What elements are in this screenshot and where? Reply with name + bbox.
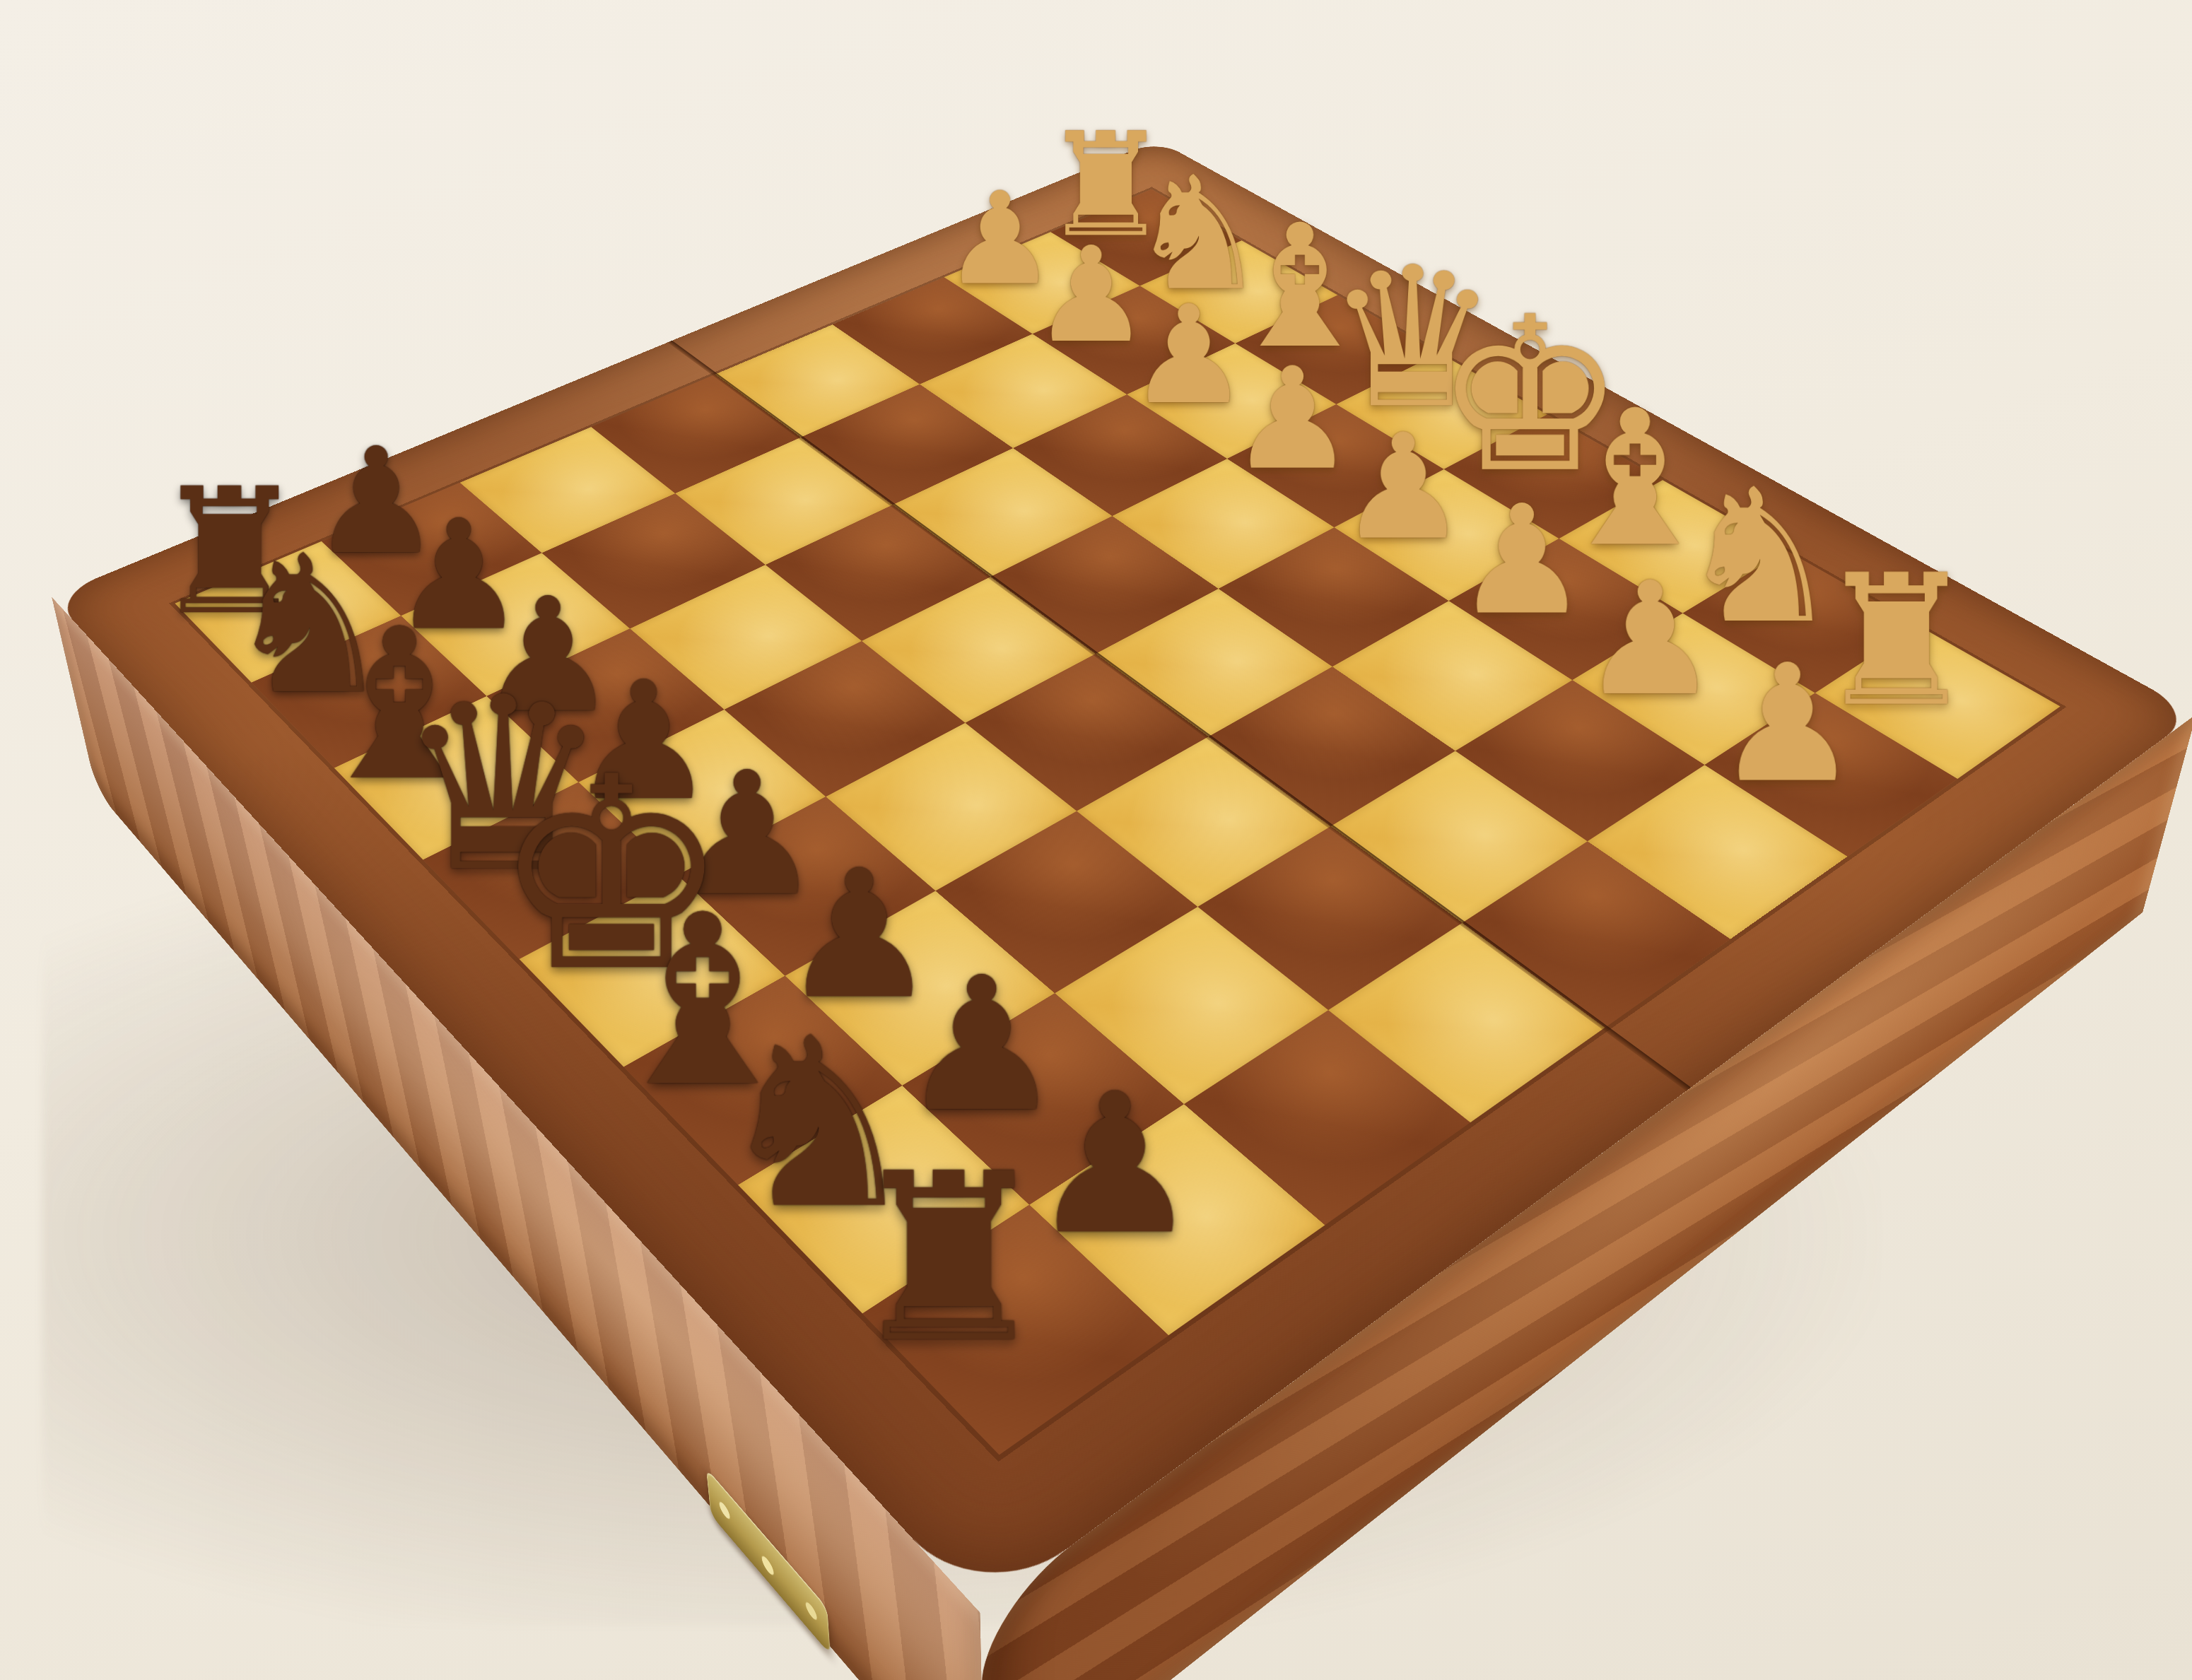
piece-dark-rook[interactable]: ♜ [838,1149,1059,1370]
piece-light-pawn[interactable]: ♟ [1698,647,1876,801]
square-e5[interactable] [965,654,1209,811]
scene: ♜♞♝♛♚♝♞♜♟♟♟♟♟♟♟♟♟♟♟♟♟♟♟♟♜♞♝♛♚♝♞♜ [0,0,2192,1680]
